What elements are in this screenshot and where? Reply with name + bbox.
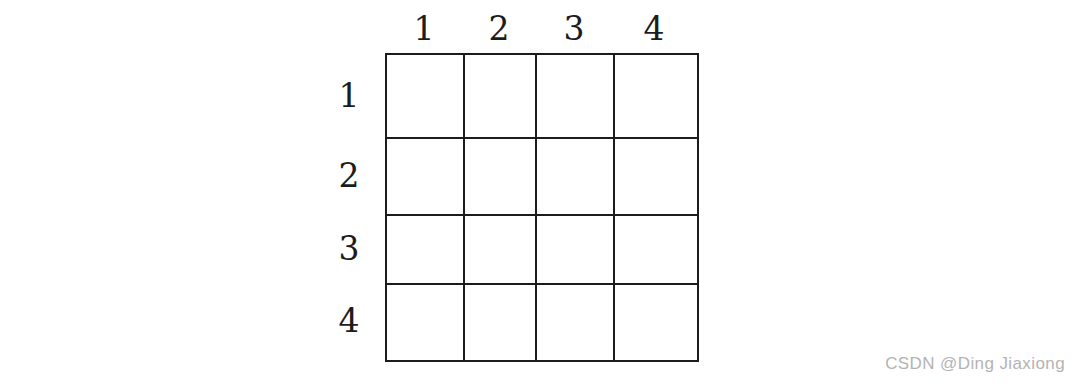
cell-r3c4[interactable] [615, 216, 697, 285]
cell-r2c3[interactable] [537, 139, 615, 216]
watermark: CSDN @Ding Jiaxiong [885, 354, 1065, 374]
row-label-3: 3 [326, 214, 372, 283]
column-label-2: 2 [463, 4, 535, 53]
row-label-1: 1 [326, 53, 372, 137]
cell-r3c3[interactable] [537, 216, 615, 285]
page: 1 2 3 4 1 2 3 4 CSDN @Ding Jiaxiong [0, 0, 1081, 386]
cell-r1c1[interactable] [387, 55, 465, 139]
puzzle-grid [385, 53, 699, 362]
row-labels: 1 2 3 4 [326, 53, 372, 358]
cell-r3c2[interactable] [465, 216, 537, 285]
cell-r4c1[interactable] [387, 285, 465, 360]
row-label-2: 2 [326, 137, 372, 214]
row-label-4: 4 [326, 283, 372, 358]
cell-r2c1[interactable] [387, 139, 465, 216]
cell-r4c2[interactable] [465, 285, 537, 360]
column-label-1: 1 [385, 4, 463, 53]
cell-r1c3[interactable] [537, 55, 615, 139]
column-label-3: 3 [535, 4, 613, 53]
column-label-4: 4 [613, 4, 695, 53]
cell-r1c2[interactable] [465, 55, 537, 139]
cell-r3c1[interactable] [387, 216, 465, 285]
column-labels: 1 2 3 4 [385, 4, 695, 53]
cell-r1c4[interactable] [615, 55, 697, 139]
cell-r2c4[interactable] [615, 139, 697, 216]
cell-r2c2[interactable] [465, 139, 537, 216]
cell-r4c4[interactable] [615, 285, 697, 360]
cell-r4c3[interactable] [537, 285, 615, 360]
